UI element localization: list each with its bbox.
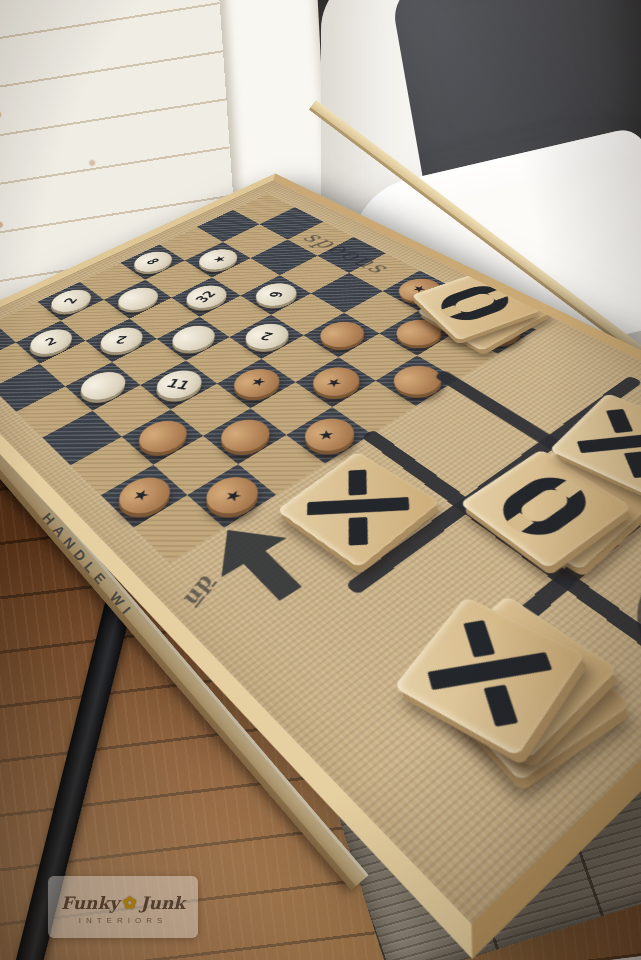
o-glyph (490, 469, 599, 545)
o-glyph (432, 281, 518, 326)
piece-number-mark: 6 (266, 291, 285, 298)
piece-star-mark: ★ (207, 255, 229, 263)
watermark-interiors: INTERIORS (79, 916, 168, 925)
sunflower-icon: ✿ (123, 893, 136, 912)
up-label: up (172, 572, 218, 608)
watermark-junk: Junk (141, 893, 186, 913)
piece-star-mark: ★ (322, 372, 349, 390)
x-glyph (420, 616, 558, 731)
x-glyph (299, 466, 417, 550)
arrow-shaft (241, 548, 302, 601)
piece-number-mark: 8 (143, 257, 161, 266)
funky-junk-watermark: Funky ✿ Junk INTERIORS (48, 876, 198, 938)
piece-star-mark: ★ (314, 426, 344, 443)
piece-number-mark: 32 (193, 290, 219, 304)
watermark-funky: Funky (61, 893, 119, 913)
piece-number-mark: 2 (61, 297, 80, 305)
piece-star-mark: ★ (242, 375, 271, 392)
piece-star-mark: ★ (129, 489, 159, 502)
piece-number-mark: 2 (258, 330, 275, 342)
piece-number-mark: 2 (43, 336, 59, 348)
piece-star-mark: ★ (216, 485, 248, 506)
piece-number-mark: 11 (164, 377, 192, 391)
photo-scene: HANDLE WI 282★2326112★★★★★★★ spoons up A… (0, 0, 641, 960)
piece-number-mark: 2 (114, 335, 128, 345)
